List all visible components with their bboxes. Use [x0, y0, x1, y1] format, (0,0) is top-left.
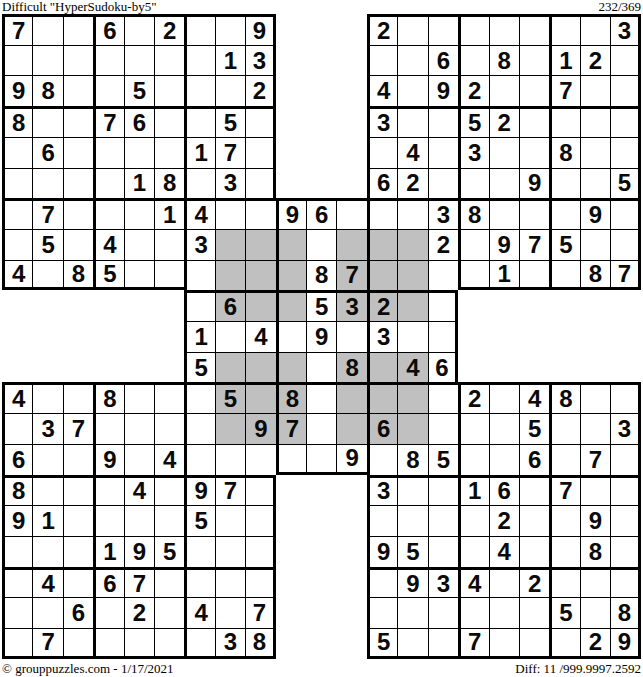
cell-r14c14: 5: [428, 444, 458, 475]
cell-r18c19[interactable]: [580, 567, 610, 598]
void-cell: [549, 352, 579, 383]
cell-r11c8[interactable]: [245, 352, 275, 383]
cell-r20c20: 9: [610, 628, 640, 659]
cell-r13c11[interactable]: [336, 413, 366, 444]
cell-r1c0[interactable]: [2, 45, 32, 76]
cell-r20c0[interactable]: [2, 628, 32, 659]
cell-r17c0[interactable]: [2, 536, 32, 567]
cell-r2c3[interactable]: [93, 75, 123, 106]
cell-r6c15: 8: [458, 198, 488, 229]
cell-r9c8[interactable]: [245, 290, 275, 321]
cell-r0c17[interactable]: [519, 14, 549, 45]
cell-r0c1[interactable]: [32, 14, 62, 45]
cell-r6c18[interactable]: [549, 198, 579, 229]
void-cell: [549, 321, 579, 352]
cell-r0c20: 3: [610, 14, 640, 45]
cell-r0c13[interactable]: [397, 14, 427, 45]
cell-r8c18[interactable]: [549, 260, 579, 291]
cell-r3c8[interactable]: [245, 106, 275, 137]
cell-r6c2[interactable]: [63, 198, 93, 229]
void-cell: [336, 45, 366, 76]
cell-r19c16[interactable]: [489, 597, 519, 628]
cell-r16c8[interactable]: [245, 505, 275, 536]
cell-r16c14[interactable]: [428, 505, 458, 536]
cell-r11c7[interactable]: [215, 352, 245, 383]
cell-r6c7[interactable]: [215, 198, 245, 229]
cell-r14c18[interactable]: [549, 444, 579, 475]
cell-r13c6[interactable]: [184, 413, 214, 444]
cell-r19c12[interactable]: [367, 597, 397, 628]
cell-r18c8[interactable]: [245, 567, 275, 598]
cell-r14c16[interactable]: [489, 444, 519, 475]
cell-r6c5: 1: [154, 198, 184, 229]
cell-r13c0[interactable]: [2, 413, 32, 444]
cell-r13c14[interactable]: [428, 413, 458, 444]
cell-r6c16[interactable]: [489, 198, 519, 229]
cell-r8c20: 7: [610, 260, 640, 291]
cell-r12c8[interactable]: [245, 382, 275, 413]
cell-r6c12[interactable]: [367, 198, 397, 229]
cell-r14c5: 4: [154, 444, 184, 475]
void-cell: [276, 106, 306, 137]
cell-r3c6[interactable]: [184, 106, 214, 137]
cell-r19c0[interactable]: [2, 597, 32, 628]
cell-r4c8[interactable]: [245, 137, 275, 168]
cell-r14c12[interactable]: [367, 444, 397, 475]
cell-r18c16[interactable]: [489, 567, 519, 598]
cell-r18c20[interactable]: [610, 567, 640, 598]
cell-r1c3[interactable]: [93, 45, 123, 76]
cell-r1c2[interactable]: [63, 45, 93, 76]
cell-r3c2[interactable]: [63, 106, 93, 137]
cell-r3c18[interactable]: [549, 106, 579, 137]
cell-r20c6[interactable]: [184, 628, 214, 659]
cell-r10c9[interactable]: [276, 321, 306, 352]
void-cell: [336, 505, 366, 536]
cell-r7c12[interactable]: [367, 229, 397, 260]
cell-r3c0: 8: [2, 106, 32, 137]
cell-r3c1[interactable]: [32, 106, 62, 137]
cell-r18c3: 6: [93, 567, 123, 598]
cell-r5c5: 8: [154, 168, 184, 199]
cell-r4c0[interactable]: [2, 137, 32, 168]
cell-r2c20[interactable]: [610, 75, 640, 106]
cell-r5c20: 5: [610, 168, 640, 199]
cell-r20c14[interactable]: [428, 628, 458, 659]
cell-r12c12[interactable]: [367, 382, 397, 413]
cell-r18c2[interactable]: [63, 567, 93, 598]
cell-r0c19[interactable]: [580, 14, 610, 45]
cell-r10c7[interactable]: [215, 321, 245, 352]
cell-r6c20[interactable]: [610, 198, 640, 229]
cell-r5c18[interactable]: [549, 168, 579, 199]
cell-r6c0[interactable]: [2, 198, 32, 229]
cell-r6c6: 4: [184, 198, 214, 229]
cell-r16c12[interactable]: [367, 505, 397, 536]
cell-r5c14[interactable]: [428, 168, 458, 199]
cell-r20c15: 7: [458, 628, 488, 659]
cell-r17c18[interactable]: [549, 536, 579, 567]
cell-r2c8: 2: [245, 75, 275, 106]
cell-r6c4[interactable]: [124, 198, 154, 229]
cell-r9c13[interactable]: [397, 290, 427, 321]
cell-r16c17[interactable]: [519, 505, 549, 536]
cell-r20c16[interactable]: [489, 628, 519, 659]
cell-r5c6[interactable]: [184, 168, 214, 199]
cell-r17c8[interactable]: [245, 536, 275, 567]
cell-r0c12: 2: [367, 14, 397, 45]
void-cell: [154, 352, 184, 383]
cell-r19c17[interactable]: [519, 597, 549, 628]
cell-r10c11[interactable]: [336, 321, 366, 352]
cell-r8c17[interactable]: [519, 260, 549, 291]
cell-r3c19[interactable]: [580, 106, 610, 137]
cell-r16c7[interactable]: [215, 505, 245, 536]
cell-r17c20[interactable]: [610, 536, 640, 567]
cell-r4c17[interactable]: [519, 137, 549, 168]
cell-r2c13[interactable]: [397, 75, 427, 106]
cell-r19c1[interactable]: [32, 597, 62, 628]
cell-r2c5[interactable]: [154, 75, 184, 106]
cell-r17c15[interactable]: [458, 536, 488, 567]
cell-r0c18[interactable]: [549, 14, 579, 45]
cell-r8c4[interactable]: [124, 260, 154, 291]
cell-r12c16[interactable]: [489, 382, 519, 413]
cell-r8c6[interactable]: [184, 260, 214, 291]
void-cell: [276, 628, 306, 659]
cell-r17c16: 4: [489, 536, 519, 567]
cell-r12c11[interactable]: [336, 382, 366, 413]
cell-r2c17[interactable]: [519, 75, 549, 106]
cell-r6c8[interactable]: [245, 198, 275, 229]
cell-r2c7[interactable]: [215, 75, 245, 106]
void-cell: [580, 290, 610, 321]
cell-r5c16[interactable]: [489, 168, 519, 199]
cell-r12c20[interactable]: [610, 382, 640, 413]
void-cell: [489, 321, 519, 352]
cell-r13c7[interactable]: [215, 413, 245, 444]
cell-r2c6[interactable]: [184, 75, 214, 106]
cell-r14c1[interactable]: [32, 444, 62, 475]
void-cell: [276, 14, 306, 45]
cell-r14c4[interactable]: [124, 444, 154, 475]
cell-r16c5[interactable]: [154, 505, 184, 536]
cell-r1c6[interactable]: [184, 45, 214, 76]
void-cell: [336, 628, 366, 659]
cell-r19c14[interactable]: [428, 597, 458, 628]
cell-r5c15[interactable]: [458, 168, 488, 199]
cell-r1c17[interactable]: [519, 45, 549, 76]
cell-r11c12[interactable]: [367, 352, 397, 383]
cell-r20c2[interactable]: [63, 628, 93, 659]
cell-r7c13[interactable]: [397, 229, 427, 260]
cell-r4c15: 3: [458, 137, 488, 168]
cell-r4c4[interactable]: [124, 137, 154, 168]
cell-r17c1[interactable]: [32, 536, 62, 567]
cell-r14c20[interactable]: [610, 444, 640, 475]
cell-r16c20[interactable]: [610, 505, 640, 536]
cell-r16c13[interactable]: [397, 505, 427, 536]
cell-r13c5[interactable]: [154, 413, 184, 444]
void-cell: [306, 75, 336, 106]
cell-r5c17: 9: [519, 168, 549, 199]
cell-r7c2[interactable]: [63, 229, 93, 260]
puzzle-counter: 232/369: [598, 0, 641, 13]
cell-r5c8[interactable]: [245, 168, 275, 199]
cell-r1c4[interactable]: [124, 45, 154, 76]
cell-r8c7[interactable]: [215, 260, 245, 291]
cell-r9c14[interactable]: [428, 290, 458, 321]
cell-r4c5[interactable]: [154, 137, 184, 168]
void-cell: [580, 321, 610, 352]
cell-r4c7: 7: [215, 137, 245, 168]
cell-r1c1[interactable]: [32, 45, 62, 76]
cell-r13c19[interactable]: [580, 413, 610, 444]
cell-r2c2[interactable]: [63, 75, 93, 106]
cell-r4c12[interactable]: [367, 137, 397, 168]
cell-r4c16[interactable]: [489, 137, 519, 168]
cell-r15c3[interactable]: [93, 475, 123, 506]
void-cell: [93, 321, 123, 352]
cell-r12c2[interactable]: [63, 382, 93, 413]
cell-r6c10: 6: [306, 198, 336, 229]
cell-r6c13[interactable]: [397, 198, 427, 229]
cell-r16c6: 5: [184, 505, 214, 536]
cell-r20c4[interactable]: [124, 628, 154, 659]
cell-r3c12: 3: [367, 106, 397, 137]
cell-r1c15[interactable]: [458, 45, 488, 76]
cell-r19c7[interactable]: [215, 597, 245, 628]
cell-r20c13[interactable]: [397, 628, 427, 659]
cell-r4c2[interactable]: [63, 137, 93, 168]
cell-r18c5[interactable]: [154, 567, 184, 598]
cell-r8c8[interactable]: [245, 260, 275, 291]
cell-r7c9[interactable]: [276, 229, 306, 260]
cell-r7c4[interactable]: [124, 229, 154, 260]
cell-r17c6[interactable]: [184, 536, 214, 567]
cell-r1c13[interactable]: [397, 45, 427, 76]
cell-r16c18[interactable]: [549, 505, 579, 536]
cell-r7c0[interactable]: [2, 229, 32, 260]
cell-r19c13[interactable]: [397, 597, 427, 628]
cell-r19c19[interactable]: [580, 597, 610, 628]
cell-r15c19[interactable]: [580, 475, 610, 506]
cell-r0c16[interactable]: [489, 14, 519, 45]
cell-r6c11[interactable]: [336, 198, 366, 229]
void-cell: [276, 137, 306, 168]
cell-r7c19[interactable]: [580, 229, 610, 260]
cell-r1c20[interactable]: [610, 45, 640, 76]
cell-r15c1[interactable]: [32, 475, 62, 506]
cell-r7c5[interactable]: [154, 229, 184, 260]
cell-r8c5[interactable]: [154, 260, 184, 291]
void-cell: [306, 14, 336, 45]
cell-r8c19: 8: [580, 260, 610, 291]
cell-r3c13[interactable]: [397, 106, 427, 137]
cell-r19c6: 4: [184, 597, 214, 628]
cell-r16c19: 9: [580, 505, 610, 536]
cell-r5c1[interactable]: [32, 168, 62, 199]
cell-r19c18: 5: [549, 597, 579, 628]
cell-r17c17[interactable]: [519, 536, 549, 567]
cell-r14c2[interactable]: [63, 444, 93, 475]
cell-r13c1: 3: [32, 413, 62, 444]
cell-r13c16[interactable]: [489, 413, 519, 444]
cell-r2c16[interactable]: [489, 75, 519, 106]
cell-r17c5: 5: [154, 536, 184, 567]
cell-r15c8[interactable]: [245, 475, 275, 506]
cell-r16c4[interactable]: [124, 505, 154, 536]
cell-r4c3[interactable]: [93, 137, 123, 168]
cell-r12c19[interactable]: [580, 382, 610, 413]
cell-r19c15[interactable]: [458, 597, 488, 628]
cell-r20c8: 8: [245, 628, 275, 659]
cell-r10c10: 9: [306, 321, 336, 352]
cell-r5c3[interactable]: [93, 168, 123, 199]
cell-r6c3[interactable]: [93, 198, 123, 229]
cell-r13c10[interactable]: [306, 413, 336, 444]
cell-r14c19: 7: [580, 444, 610, 475]
cell-r3c5[interactable]: [154, 106, 184, 137]
cell-r14c6[interactable]: [184, 444, 214, 475]
cell-r11c10[interactable]: [306, 352, 336, 383]
cell-r7c15[interactable]: [458, 229, 488, 260]
cell-r4c14[interactable]: [428, 137, 458, 168]
cell-r7c7[interactable]: [215, 229, 245, 260]
cell-r7c18: 5: [549, 229, 579, 260]
cell-r0c2[interactable]: [63, 14, 93, 45]
cell-r5c0[interactable]: [2, 168, 32, 199]
cell-r20c3[interactable]: [93, 628, 123, 659]
cell-r18c0[interactable]: [2, 567, 32, 598]
cell-r7c20[interactable]: [610, 229, 640, 260]
cell-r18c12[interactable]: [367, 567, 397, 598]
cell-r14c8[interactable]: [245, 444, 275, 475]
cell-r17c13: 5: [397, 536, 427, 567]
cell-r8c9[interactable]: [276, 260, 306, 291]
void-cell: [63, 290, 93, 321]
cell-r14c15[interactable]: [458, 444, 488, 475]
cell-r18c6[interactable]: [184, 567, 214, 598]
cell-r3c20[interactable]: [610, 106, 640, 137]
cell-r1c14: 6: [428, 45, 458, 76]
cell-r0c4[interactable]: [124, 14, 154, 45]
cell-r8c14[interactable]: [428, 260, 458, 291]
cell-r8c15[interactable]: [458, 260, 488, 291]
cell-r12c13[interactable]: [397, 382, 427, 413]
cell-r13c4[interactable]: [124, 413, 154, 444]
cell-r13c13[interactable]: [397, 413, 427, 444]
cell-r20c17[interactable]: [519, 628, 549, 659]
cell-r1c12[interactable]: [367, 45, 397, 76]
cell-r0c6[interactable]: [184, 14, 214, 45]
cell-r7c8[interactable]: [245, 229, 275, 260]
cell-r15c17[interactable]: [519, 475, 549, 506]
cell-r15c14[interactable]: [428, 475, 458, 506]
cell-r8c12[interactable]: [367, 260, 397, 291]
cell-r3c14[interactable]: [428, 106, 458, 137]
cell-r12c10[interactable]: [306, 382, 336, 413]
cell-r5c2[interactable]: [63, 168, 93, 199]
void-cell: [306, 567, 336, 598]
cell-r19c5[interactable]: [154, 597, 184, 628]
cell-r15c20[interactable]: [610, 475, 640, 506]
cell-r18c18[interactable]: [549, 567, 579, 598]
cell-r0c15[interactable]: [458, 14, 488, 45]
void-cell: [336, 168, 366, 199]
cell-r1c5[interactable]: [154, 45, 184, 76]
cell-r17c7[interactable]: [215, 536, 245, 567]
cell-r10c13[interactable]: [397, 321, 427, 352]
cell-r14c9[interactable]: [276, 444, 306, 475]
cell-r8c13[interactable]: [397, 260, 427, 291]
cell-r14c7[interactable]: [215, 444, 245, 475]
copyright-text: © grouppuzzles.com - 1/17/2021: [2, 662, 174, 675]
cell-r6c17[interactable]: [519, 198, 549, 229]
cell-r7c11[interactable]: [336, 229, 366, 260]
cell-r20c18[interactable]: [549, 628, 579, 659]
void-cell: [276, 168, 306, 199]
cell-r20c5[interactable]: [154, 628, 184, 659]
cell-r12c1[interactable]: [32, 382, 62, 413]
cell-r12c6[interactable]: [184, 382, 214, 413]
cell-r13c18[interactable]: [549, 413, 579, 444]
cell-r14c10[interactable]: [306, 444, 336, 475]
cell-r16c16: 2: [489, 505, 519, 536]
cell-r12c4[interactable]: [124, 382, 154, 413]
cell-r17c2[interactable]: [63, 536, 93, 567]
cell-r11c9[interactable]: [276, 352, 306, 383]
cell-r13c2: 7: [63, 413, 93, 444]
cell-r7c10[interactable]: [306, 229, 336, 260]
cell-r15c2[interactable]: [63, 475, 93, 506]
cell-r9c6[interactable]: [184, 290, 214, 321]
cell-r5c13: 2: [397, 168, 427, 199]
cell-r16c2[interactable]: [63, 505, 93, 536]
cell-r13c9: 7: [276, 413, 306, 444]
cell-r17c14[interactable]: [428, 536, 458, 567]
cell-r8c1[interactable]: [32, 260, 62, 291]
void-cell: [610, 321, 640, 352]
cell-r15c5[interactable]: [154, 475, 184, 506]
cell-r16c15[interactable]: [458, 505, 488, 536]
cell-r13c15[interactable]: [458, 413, 488, 444]
cell-r15c13[interactable]: [397, 475, 427, 506]
void-cell: [276, 475, 306, 506]
cell-r2c12: 4: [367, 75, 397, 106]
cell-r12c5[interactable]: [154, 382, 184, 413]
cell-r2c19[interactable]: [580, 75, 610, 106]
cell-r9c9[interactable]: [276, 290, 306, 321]
header: Difficult "HyperSudoku-by5" 232/369: [2, 0, 641, 13]
void-cell: [610, 352, 640, 383]
cell-r13c3[interactable]: [93, 413, 123, 444]
cell-r4c19[interactable]: [580, 137, 610, 168]
void-cell: [93, 352, 123, 383]
cell-r16c1: 1: [32, 505, 62, 536]
cell-r2c14: 9: [428, 75, 458, 106]
cell-r12c14[interactable]: [428, 382, 458, 413]
cell-r10c14[interactable]: [428, 321, 458, 352]
cell-r4c20[interactable]: [610, 137, 640, 168]
cell-r16c3[interactable]: [93, 505, 123, 536]
cell-r0c14[interactable]: [428, 14, 458, 45]
cell-r18c7[interactable]: [215, 567, 245, 598]
cell-r0c7[interactable]: [215, 14, 245, 45]
cell-r3c17[interactable]: [519, 106, 549, 137]
cell-r5c19[interactable]: [580, 168, 610, 199]
cell-r19c3[interactable]: [93, 597, 123, 628]
